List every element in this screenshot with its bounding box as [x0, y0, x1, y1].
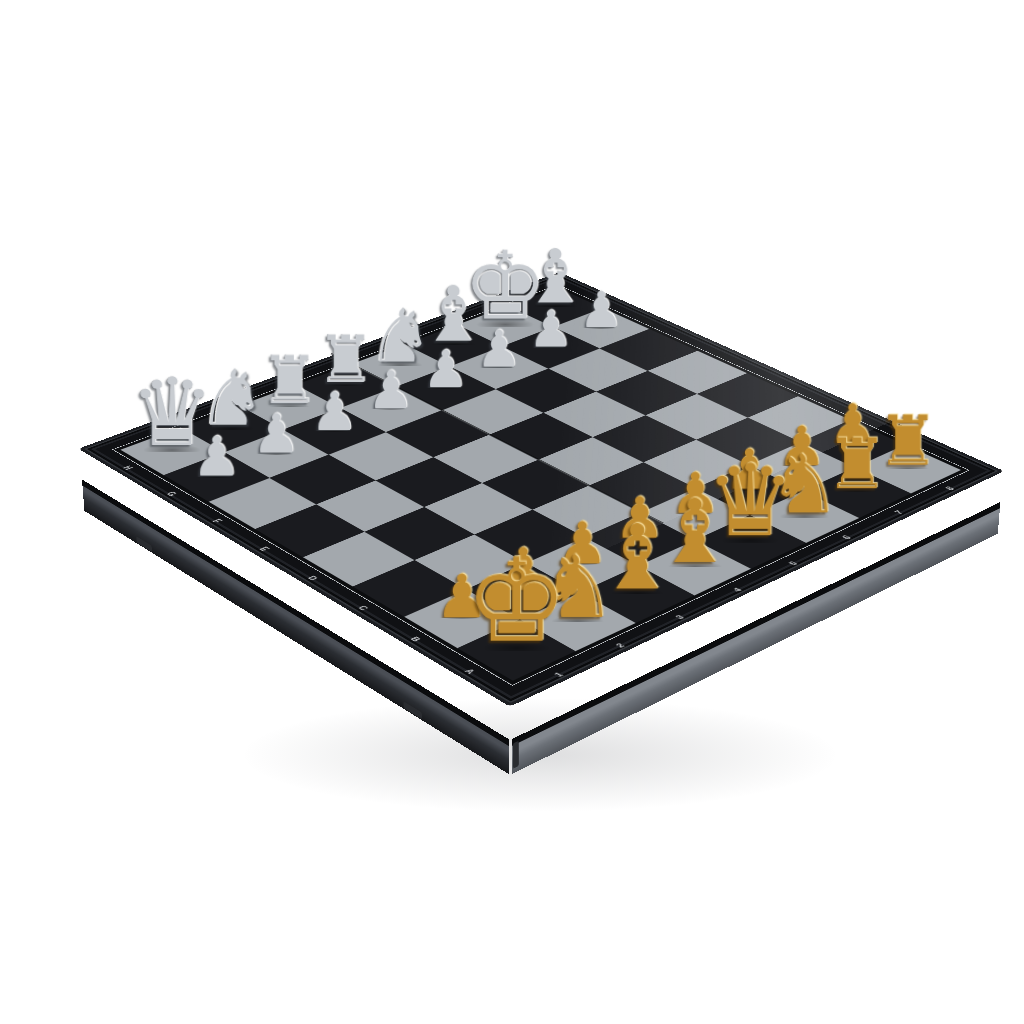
- silver-pawn-piece[interactable]: ♟: [367, 365, 414, 415]
- gold-king-piece[interactable]: ♚: [465, 547, 568, 656]
- silver-pawn-piece[interactable]: ♟: [528, 305, 573, 353]
- silver-pawn-piece[interactable]: ♟: [579, 286, 624, 333]
- silver-pawn-piece[interactable]: ♟: [476, 325, 522, 374]
- chess-board: ♝♟♟♜♚♟♟♜♝♟♟♞♞♟♟♛♜♟♟♝♜♟♟♝♞♟♟♞♛♟♟♚ HGFEDCB…: [81, 300, 1002, 740]
- board-frame: ♝♟♟♜♚♟♟♜♝♟♟♞♞♟♟♛♜♟♟♝♜♟♟♝♞♟♟♞♛♟♟♚ HGFEDCB…: [78, 272, 1004, 706]
- product-photo: ♝♟♟♜♚♟♟♜♝♟♟♞♞♟♟♛♜♟♟♝♜♟♟♝♞♟♟♞♛♟♟♚ HGFEDCB…: [0, 0, 1024, 1024]
- silver-pawn-piece[interactable]: ♟: [422, 345, 468, 394]
- silver-pawn-piece[interactable]: ♟: [252, 408, 300, 459]
- playing-area: ♝♟♟♜♚♟♟♜♝♟♟♞♞♟♟♛♜♟♟♝♜♟♟♝♞♟♟♞♛♟♟♚: [112, 284, 970, 685]
- board-foot: [513, 741, 519, 769]
- board-grid: ♝♟♟♜♚♟♟♜♝♟♟♞♞♟♟♛♜♟♟♝♜♟♟♝♞♟♟♞♛♟♟♚: [120, 288, 961, 681]
- silver-pawn-piece[interactable]: ♟: [311, 386, 359, 437]
- board-foot: [136, 536, 152, 552]
- silver-pawn-piece[interactable]: ♟: [192, 431, 241, 483]
